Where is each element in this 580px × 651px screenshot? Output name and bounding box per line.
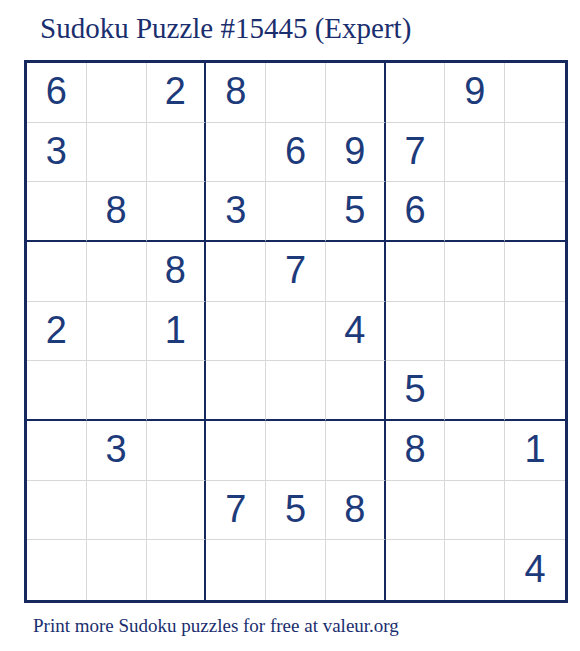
cell-r4c6[interactable] — [326, 242, 386, 302]
sudoku-board: 6289369783568721453817584 — [24, 60, 568, 603]
cell-r7c1[interactable] — [27, 421, 87, 481]
cell-r5c8[interactable] — [445, 302, 505, 362]
cell-r9c2[interactable] — [87, 540, 147, 600]
cell-r4c7[interactable] — [386, 242, 446, 302]
cell-r5c9[interactable] — [505, 302, 565, 362]
footer-text: Print more Sudoku puzzles for free at va… — [33, 615, 399, 637]
cell-r5c3[interactable]: 1 — [147, 302, 207, 362]
cell-r8c6[interactable]: 8 — [326, 481, 386, 541]
cell-r4c2[interactable] — [87, 242, 147, 302]
cell-r9c3[interactable] — [147, 540, 207, 600]
cell-r6c9[interactable] — [505, 361, 565, 421]
cell-r7c6[interactable] — [326, 421, 386, 481]
cell-r1c6[interactable] — [326, 63, 386, 123]
cell-r6c7[interactable]: 5 — [386, 361, 446, 421]
cell-r6c2[interactable] — [87, 361, 147, 421]
cell-r5c1[interactable]: 2 — [27, 302, 87, 362]
cell-r6c6[interactable] — [326, 361, 386, 421]
cell-r8c8[interactable] — [445, 481, 505, 541]
cell-r1c4[interactable]: 8 — [206, 63, 266, 123]
cell-r8c1[interactable] — [27, 481, 87, 541]
cell-r7c9[interactable]: 1 — [505, 421, 565, 481]
cell-r5c2[interactable] — [87, 302, 147, 362]
cell-r3c7[interactable]: 6 — [386, 182, 446, 242]
cell-r7c3[interactable] — [147, 421, 207, 481]
cell-r4c4[interactable] — [206, 242, 266, 302]
cell-r9c9[interactable]: 4 — [505, 540, 565, 600]
cell-r5c5[interactable] — [266, 302, 326, 362]
cell-r3c9[interactable] — [505, 182, 565, 242]
cell-r4c3[interactable]: 8 — [147, 242, 207, 302]
cell-r7c7[interactable]: 8 — [386, 421, 446, 481]
cell-r5c6[interactable]: 4 — [326, 302, 386, 362]
cell-r3c6[interactable]: 5 — [326, 182, 386, 242]
cell-r3c4[interactable]: 3 — [206, 182, 266, 242]
cell-r2c9[interactable] — [505, 123, 565, 183]
cell-r1c2[interactable] — [87, 63, 147, 123]
cell-r8c2[interactable] — [87, 481, 147, 541]
cell-r2c5[interactable]: 6 — [266, 123, 326, 183]
cell-r9c1[interactable] — [27, 540, 87, 600]
cell-r9c8[interactable] — [445, 540, 505, 600]
cell-r7c8[interactable] — [445, 421, 505, 481]
cell-r6c3[interactable] — [147, 361, 207, 421]
cell-r8c4[interactable]: 7 — [206, 481, 266, 541]
cell-r2c1[interactable]: 3 — [27, 123, 87, 183]
cell-r9c4[interactable] — [206, 540, 266, 600]
cell-r4c9[interactable] — [505, 242, 565, 302]
cell-r7c2[interactable]: 3 — [87, 421, 147, 481]
cell-r3c5[interactable] — [266, 182, 326, 242]
cell-r7c5[interactable] — [266, 421, 326, 481]
cell-r5c7[interactable] — [386, 302, 446, 362]
cell-r6c4[interactable] — [206, 361, 266, 421]
cell-r8c9[interactable] — [505, 481, 565, 541]
cell-r4c8[interactable] — [445, 242, 505, 302]
cell-r3c1[interactable] — [27, 182, 87, 242]
cell-r5c4[interactable] — [206, 302, 266, 362]
cell-r9c5[interactable] — [266, 540, 326, 600]
cell-r4c5[interactable]: 7 — [266, 242, 326, 302]
cell-r8c5[interactable]: 5 — [266, 481, 326, 541]
cell-r1c1[interactable]: 6 — [27, 63, 87, 123]
page-title: Sudoku Puzzle #15445 (Expert) — [40, 12, 411, 45]
cell-r6c5[interactable] — [266, 361, 326, 421]
cell-r2c2[interactable] — [87, 123, 147, 183]
cell-r6c1[interactable] — [27, 361, 87, 421]
cell-r2c6[interactable]: 9 — [326, 123, 386, 183]
cell-r2c4[interactable] — [206, 123, 266, 183]
cell-r2c3[interactable] — [147, 123, 207, 183]
cell-r8c3[interactable] — [147, 481, 207, 541]
cell-r3c8[interactable] — [445, 182, 505, 242]
cell-r8c7[interactable] — [386, 481, 446, 541]
cell-r1c5[interactable] — [266, 63, 326, 123]
cell-r3c2[interactable]: 8 — [87, 182, 147, 242]
cell-r1c3[interactable]: 2 — [147, 63, 207, 123]
cell-r1c9[interactable] — [505, 63, 565, 123]
cell-r4c1[interactable] — [27, 242, 87, 302]
cell-r1c7[interactable] — [386, 63, 446, 123]
cell-r2c8[interactable] — [445, 123, 505, 183]
cell-r6c8[interactable] — [445, 361, 505, 421]
cell-r2c7[interactable]: 7 — [386, 123, 446, 183]
cell-r9c6[interactable] — [326, 540, 386, 600]
cell-r9c7[interactable] — [386, 540, 446, 600]
cell-r7c4[interactable] — [206, 421, 266, 481]
cell-r3c3[interactable] — [147, 182, 207, 242]
cell-r1c8[interactable]: 9 — [445, 63, 505, 123]
